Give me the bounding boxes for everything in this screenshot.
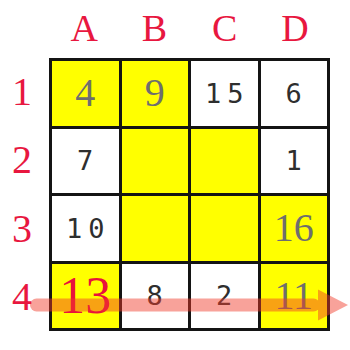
cell-B1[interactable]: 9 — [122, 61, 189, 126]
cell-D2[interactable]: 1 — [261, 129, 328, 194]
cell-C4[interactable]: 2 — [191, 264, 258, 329]
row-label-2: 2 — [12, 140, 32, 180]
cell-B3[interactable] — [122, 196, 189, 261]
cell-C1[interactable]: 15 — [191, 61, 258, 126]
row-labels: 1 2 3 4 — [0, 58, 44, 331]
cell-C3[interactable] — [191, 196, 258, 261]
row-label-1: 1 — [12, 72, 32, 112]
magic-square-board: A B C D 1 2 3 4 4 9 15 6 7 1 10 16 13 8 … — [0, 0, 350, 350]
cell-C2[interactable] — [191, 129, 258, 194]
column-header-d: D — [281, 9, 308, 47]
cell-A2[interactable]: 7 — [52, 129, 119, 194]
cell-B2[interactable] — [122, 129, 189, 194]
row-label-4: 4 — [12, 277, 32, 317]
column-header-c: C — [212, 9, 237, 47]
cell-A1[interactable]: 4 — [52, 61, 119, 126]
puzzle-grid: 4 9 15 6 7 1 10 16 13 8 2 11 — [49, 58, 330, 331]
cell-D1[interactable]: 6 — [261, 61, 328, 126]
column-header-a: A — [70, 9, 97, 47]
cell-A3[interactable]: 10 — [52, 196, 119, 261]
column-header-b: B — [142, 9, 167, 47]
row-label-3: 3 — [12, 209, 32, 249]
cell-D3[interactable]: 16 — [261, 196, 328, 261]
cell-D4[interactable]: 11 — [261, 264, 328, 329]
column-headers: A B C D — [49, 0, 330, 56]
cell-B4[interactable]: 8 — [122, 264, 189, 329]
cell-A4[interactable]: 13 — [52, 264, 119, 329]
